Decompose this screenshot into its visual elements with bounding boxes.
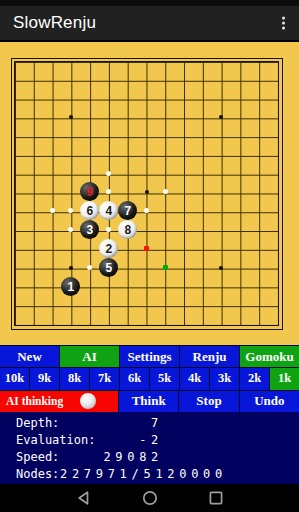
board-section: 123456789 bbox=[0, 42, 299, 345]
white-stone-indicator bbox=[80, 393, 96, 409]
info-row: Depth:7 bbox=[0, 415, 299, 432]
white-stone-8[interactable]: 8 bbox=[118, 220, 137, 239]
info-label: Evaluation: bbox=[16, 433, 95, 447]
white-marker bbox=[163, 189, 168, 194]
white-marker bbox=[68, 208, 73, 213]
new-button[interactable]: New bbox=[0, 346, 59, 367]
2k-button[interactable]: 2k bbox=[240, 368, 269, 389]
board-frame: 123456789 bbox=[11, 58, 283, 330]
black-stone-3[interactable]: 3 bbox=[80, 220, 99, 239]
white-stone-4[interactable]: 4 bbox=[99, 201, 118, 220]
info-value: 7 bbox=[151, 416, 163, 430]
android-nav-bar bbox=[0, 484, 299, 512]
black-stone-9[interactable]: 9 bbox=[80, 182, 99, 201]
black-stone-7[interactable]: 7 bbox=[118, 201, 137, 220]
info-value: -2 bbox=[139, 433, 163, 447]
action-button-row: AI thinkingThinkStopUndo bbox=[0, 391, 299, 412]
app-bar: SlowRenju bbox=[0, 6, 299, 42]
red-marker bbox=[144, 246, 149, 251]
7k-button[interactable]: 7k bbox=[90, 368, 119, 389]
info-label: Depth: bbox=[16, 416, 59, 430]
green-marker bbox=[163, 265, 168, 270]
info-label: Nodes: bbox=[16, 467, 59, 481]
home-icon[interactable] bbox=[141, 489, 159, 507]
control-panel: NewAISettingsRenjuGomoku 10k9k8k7k6k5k4k… bbox=[0, 345, 299, 412]
4k-button[interactable]: 4k bbox=[180, 368, 209, 389]
gomoku-button[interactable]: Gomoku bbox=[240, 346, 299, 367]
white-stone-6[interactable]: 6 bbox=[80, 201, 99, 220]
10k-button[interactable]: 10k bbox=[0, 368, 29, 389]
star-point bbox=[219, 266, 223, 270]
menu-button-row: NewAISettingsRenjuGomoku bbox=[0, 346, 299, 367]
black-stone-1[interactable]: 1 bbox=[61, 277, 80, 296]
settings-button[interactable]: Settings bbox=[120, 346, 179, 367]
9k-button[interactable]: 9k bbox=[30, 368, 59, 389]
info-row: Speed:29082 bbox=[0, 449, 299, 466]
white-marker bbox=[50, 208, 55, 213]
rank-button-row: 10k9k8k7k6k5k4k3k2k1k bbox=[0, 368, 299, 389]
stop-button[interactable]: Stop bbox=[179, 391, 238, 412]
5k-button[interactable]: 5k bbox=[150, 368, 179, 389]
stones-layer[interactable]: 123456789 bbox=[6, 53, 287, 334]
8k-button[interactable]: 8k bbox=[60, 368, 89, 389]
white-marker bbox=[106, 189, 111, 194]
back-icon[interactable] bbox=[75, 489, 93, 507]
1k-button[interactable]: 1k bbox=[270, 368, 299, 389]
info-value: 227971/5120000 bbox=[60, 467, 227, 481]
white-stone-2[interactable]: 2 bbox=[99, 239, 118, 258]
recents-icon[interactable] bbox=[207, 489, 225, 507]
star-point bbox=[69, 266, 73, 270]
app-title: SlowRenju bbox=[13, 13, 96, 33]
white-marker bbox=[106, 171, 111, 176]
white-marker bbox=[106, 227, 111, 232]
white-marker bbox=[68, 227, 73, 232]
info-row: Nodes:227971/5120000 bbox=[0, 466, 299, 483]
ai-thinking-status[interactable]: AI thinking bbox=[0, 391, 118, 412]
ai-button[interactable]: AI bbox=[60, 346, 119, 367]
renju-board[interactable]: 123456789 bbox=[14, 61, 279, 326]
kebab-menu-icon[interactable] bbox=[280, 15, 287, 32]
white-marker bbox=[144, 208, 149, 213]
3k-button[interactable]: 3k bbox=[210, 368, 239, 389]
star-point bbox=[219, 115, 223, 119]
black-stone-5[interactable]: 5 bbox=[99, 258, 118, 277]
white-marker bbox=[87, 265, 92, 270]
info-row: Evaluation:-2 bbox=[0, 432, 299, 449]
star-point bbox=[69, 115, 73, 119]
undo-button[interactable]: Undo bbox=[240, 391, 299, 412]
think-button[interactable]: Think bbox=[119, 391, 178, 412]
engine-info-panel: Depth:7Evaluation:-2Speed:29082Nodes:227… bbox=[0, 412, 299, 484]
star-point bbox=[145, 190, 149, 194]
6k-button[interactable]: 6k bbox=[120, 368, 149, 389]
info-label: Speed: bbox=[16, 450, 59, 464]
renju-button[interactable]: Renju bbox=[180, 346, 239, 367]
phone-screen: SlowRenju 123456789 NewAISettingsRenjuGo… bbox=[0, 0, 299, 512]
info-value: 29082 bbox=[103, 450, 163, 464]
